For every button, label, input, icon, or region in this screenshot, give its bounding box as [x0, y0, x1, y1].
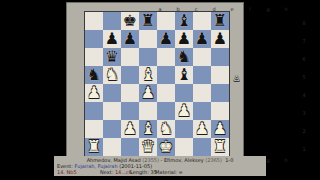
square-c8[interactable]: ♚: [121, 12, 139, 30]
square-b1[interactable]: [103, 138, 121, 156]
square-g3[interactable]: [193, 102, 211, 120]
square-c4[interactable]: [121, 84, 139, 102]
rank-labels-right: 87654321: [299, 14, 309, 158]
white-knight[interactable]: ♞: [105, 66, 119, 84]
square-d6[interactable]: [139, 48, 157, 66]
players-separator: -: [161, 157, 163, 163]
square-h4[interactable]: [211, 84, 229, 102]
white-pawn[interactable]: ♟: [213, 120, 227, 138]
white-rook[interactable]: ♜: [87, 138, 101, 156]
black-rook[interactable]: ♜: [213, 12, 227, 30]
white-pawn[interactable]: ♟: [177, 102, 191, 120]
black-knight[interactable]: ♞: [177, 48, 191, 66]
square-g1[interactable]: [193, 138, 211, 156]
square-e5[interactable]: [157, 66, 175, 84]
black-pawn[interactable]: ♟: [213, 30, 227, 48]
square-d4[interactable]: ♟: [139, 84, 157, 102]
square-g2[interactable]: ♟: [193, 120, 211, 138]
square-e7[interactable]: ♟: [157, 30, 175, 48]
square-e3[interactable]: [157, 102, 175, 120]
rank-label: 6: [299, 50, 309, 68]
white-bishop[interactable]: ♝: [141, 66, 155, 84]
white-pawn-margin-icon: ♙: [233, 74, 240, 83]
square-b5[interactable]: ♞: [103, 66, 121, 84]
white-rook[interactable]: ♜: [213, 138, 227, 156]
square-a5[interactable]: ♞: [85, 66, 103, 84]
square-a8[interactable]: [85, 12, 103, 30]
rank-label: 8: [299, 14, 309, 32]
game-length: Length: 35: [130, 170, 157, 175]
square-e2[interactable]: ♞: [157, 120, 175, 138]
square-c5[interactable]: [121, 66, 139, 84]
square-f1[interactable]: [175, 138, 193, 156]
board-grid: ♚♜♝♜♟♟♟♟♟♟♛♞♞♞♝♝♟♟♟♟♝♞♟♟♜♛♚♜: [85, 12, 229, 156]
square-b3[interactable]: [103, 102, 121, 120]
black-pawn[interactable]: ♟: [159, 30, 173, 48]
square-c1[interactable]: [121, 138, 139, 156]
chess-board: ♚♜♝♜♟♟♟♟♟♟♛♞♞♞♝♝♟♟♟♟♝♞♟♟♜♛♚♜: [84, 11, 230, 157]
rank-label: 1: [299, 140, 309, 158]
square-f6[interactable]: ♞: [175, 48, 193, 66]
black-player-name: Efimov, Aleksey: [164, 157, 204, 163]
black-bishop[interactable]: ♝: [177, 12, 191, 30]
square-e4[interactable]: [157, 84, 175, 102]
square-b2[interactable]: [103, 120, 121, 138]
file-label: h: [277, 7, 295, 12]
square-h3[interactable]: [211, 102, 229, 120]
file-label: f: [241, 7, 259, 12]
square-c7[interactable]: ♟: [121, 30, 139, 48]
black-queen[interactable]: ♛: [105, 48, 119, 66]
square-f7[interactable]: ♟: [175, 30, 193, 48]
square-a4[interactable]: ♟: [85, 84, 103, 102]
game-result: 1-0: [225, 157, 233, 163]
white-bishop[interactable]: ♝: [141, 120, 155, 138]
black-pawn[interactable]: ♟: [123, 30, 137, 48]
next-move: Next: 14...c6: [100, 170, 132, 175]
square-b8[interactable]: [103, 12, 121, 30]
square-d3[interactable]: [139, 102, 157, 120]
square-h6[interactable]: [211, 48, 229, 66]
square-f3[interactable]: ♟: [175, 102, 193, 120]
square-c3[interactable]: [121, 102, 139, 120]
square-a1[interactable]: ♜: [85, 138, 103, 156]
square-a2[interactable]: [85, 120, 103, 138]
white-knight[interactable]: ♞: [159, 120, 173, 138]
black-rook[interactable]: ♜: [141, 12, 155, 30]
file-label: g: [259, 7, 277, 12]
square-g4[interactable]: [193, 84, 211, 102]
square-b7[interactable]: ♟: [103, 30, 121, 48]
white-pawn[interactable]: ♟: [123, 120, 137, 138]
rank-label: 5: [299, 68, 309, 86]
rank-label: 7: [299, 32, 309, 50]
square-b6[interactable]: ♛: [103, 48, 121, 66]
square-h5[interactable]: [211, 66, 229, 84]
square-d5[interactable]: ♝: [139, 66, 157, 84]
material-balance: Material: =: [155, 170, 183, 175]
black-knight[interactable]: ♞: [87, 66, 101, 84]
square-c6[interactable]: [121, 48, 139, 66]
square-d2[interactable]: ♝: [139, 120, 157, 138]
square-h2[interactable]: ♟: [211, 120, 229, 138]
square-f8[interactable]: ♝: [175, 12, 193, 30]
white-pawn[interactable]: ♟: [141, 84, 155, 102]
rank-label: 4: [299, 86, 309, 104]
file-label: h: [277, 158, 295, 163]
square-f5[interactable]: ♝: [175, 66, 193, 84]
square-f2[interactable]: [175, 120, 193, 138]
square-h8[interactable]: ♜: [211, 12, 229, 30]
square-d1[interactable]: ♛: [139, 138, 157, 156]
square-g5[interactable]: [193, 66, 211, 84]
square-g8[interactable]: [193, 12, 211, 30]
rank-label: 3: [299, 104, 309, 122]
square-e8[interactable]: [157, 12, 175, 30]
white-pawn[interactable]: ♟: [87, 84, 101, 102]
square-a7[interactable]: [85, 30, 103, 48]
rank-label: 2: [299, 122, 309, 140]
square-g7[interactable]: ♟: [193, 30, 211, 48]
black-elo-wrap: (2365): [204, 157, 222, 163]
square-b4[interactable]: [103, 84, 121, 102]
black-pawn[interactable]: ♟: [105, 30, 119, 48]
black-pawn[interactable]: ♟: [177, 30, 191, 48]
black-pawn[interactable]: ♟: [195, 30, 209, 48]
square-d7[interactable]: [139, 30, 157, 48]
square-e6[interactable]: [157, 48, 175, 66]
white-king[interactable]: ♚: [159, 138, 173, 156]
square-e1[interactable]: ♚: [157, 138, 175, 156]
square-f4[interactable]: [175, 84, 193, 102]
white-queen[interactable]: ♛: [141, 138, 155, 156]
square-d8[interactable]: ♜: [139, 12, 157, 30]
square-h7[interactable]: ♟: [211, 30, 229, 48]
black-king[interactable]: ♚: [123, 12, 137, 30]
black-bishop[interactable]: ♝: [177, 66, 191, 84]
square-g6[interactable]: [193, 48, 211, 66]
square-c2[interactable]: ♟: [121, 120, 139, 138]
last-move: 14. Nb5: [57, 170, 77, 175]
square-h1[interactable]: ♜: [211, 138, 229, 156]
game-info-bar: Ahmedov, Majid Asad (2355) - Efimov, Ale…: [54, 156, 266, 176]
square-a3[interactable]: [85, 102, 103, 120]
square-a6[interactable]: [85, 48, 103, 66]
white-pawn[interactable]: ♟: [195, 120, 209, 138]
